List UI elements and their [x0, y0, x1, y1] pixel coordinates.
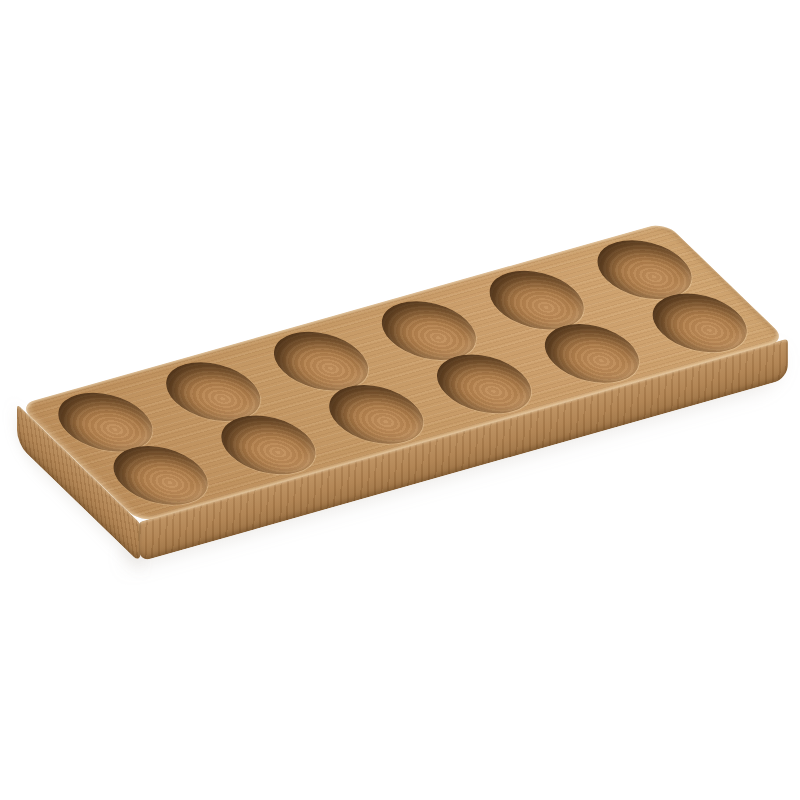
product-photo-scene	[0, 0, 800, 800]
